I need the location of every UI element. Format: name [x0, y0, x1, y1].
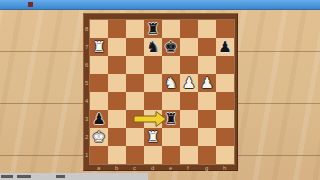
square-b4[interactable] [108, 92, 126, 110]
file-label-b: b [115, 165, 118, 171]
square-f6[interactable] [180, 56, 198, 74]
square-b6[interactable] [108, 56, 126, 74]
square-a1[interactable] [90, 146, 108, 164]
square-c4[interactable] [126, 92, 144, 110]
square-e1[interactable] [162, 146, 180, 164]
square-d6[interactable] [144, 56, 162, 74]
square-e8[interactable] [162, 20, 180, 38]
rank-label-5: 5 [85, 80, 88, 86]
square-b7[interactable] [108, 38, 126, 56]
square-g3[interactable] [198, 110, 216, 128]
taskbar-fragment [0, 173, 148, 180]
taskbar-text-smudge [17, 175, 31, 178]
taskbar-text-smudge [56, 175, 65, 178]
file-label-d: d [151, 165, 154, 171]
rank-label-8: 8 [85, 26, 88, 32]
square-g4[interactable] [198, 92, 216, 110]
square-c3[interactable] [126, 110, 144, 128]
square-e2[interactable] [162, 128, 180, 146]
black-pawn-a3[interactable]: ♟ [90, 110, 108, 128]
black-king-e7[interactable]: ♚ [162, 38, 180, 56]
square-f4[interactable] [180, 92, 198, 110]
titlebar-accent-icon [28, 2, 33, 7]
rank-label-6: 6 [85, 62, 88, 68]
square-g8[interactable] [198, 20, 216, 38]
white-rook-d2[interactable]: ♜ [144, 128, 162, 146]
square-a6[interactable] [90, 56, 108, 74]
rank-label-1: 1 [85, 152, 88, 158]
square-d5[interactable] [144, 74, 162, 92]
file-label-f: f [187, 165, 189, 171]
black-rook-d8[interactable]: ♜ [144, 20, 162, 38]
square-a8[interactable] [90, 20, 108, 38]
square-g7[interactable] [198, 38, 216, 56]
rank-label-7: 7 [85, 44, 88, 50]
square-g2[interactable] [198, 128, 216, 146]
file-label-g: g [205, 165, 208, 171]
white-pawn-f5[interactable]: ♟ [180, 74, 198, 92]
file-label-h: h [223, 165, 226, 171]
black-pawn-h7[interactable]: ♟ [216, 38, 234, 56]
square-g6[interactable] [198, 56, 216, 74]
file-label-a: a [97, 165, 100, 171]
square-c6[interactable] [126, 56, 144, 74]
square-e4[interactable] [162, 92, 180, 110]
square-h4[interactable] [216, 92, 234, 110]
taskbar-text-smudge [1, 175, 13, 178]
rank-label-3: 3 [85, 116, 88, 122]
white-pawn-g5[interactable]: ♟ [198, 74, 216, 92]
chess-board: ♜♜♞♚♟♞♟♟♟♜♚♜ 87654321abcdefgh [83, 13, 238, 171]
white-rook-a7[interactable]: ♜ [90, 38, 108, 56]
square-b3[interactable] [108, 110, 126, 128]
square-b8[interactable] [108, 20, 126, 38]
square-f2[interactable] [180, 128, 198, 146]
square-h2[interactable] [216, 128, 234, 146]
square-h6[interactable] [216, 56, 234, 74]
screenshot-root: ♜♜♞♚♟♞♟♟♟♜♚♜ 87654321abcdefgh [0, 0, 320, 180]
square-c2[interactable] [126, 128, 144, 146]
square-g1[interactable] [198, 146, 216, 164]
title-bar [0, 0, 320, 10]
black-rook-e3[interactable]: ♜ [162, 110, 180, 128]
play-area: ♜♜♞♚♟♞♟♟♟♜♚♜ [90, 20, 234, 164]
square-c8[interactable] [126, 20, 144, 38]
square-c1[interactable] [126, 146, 144, 164]
square-f7[interactable] [180, 38, 198, 56]
square-b2[interactable] [108, 128, 126, 146]
square-c7[interactable] [126, 38, 144, 56]
square-h8[interactable] [216, 20, 234, 38]
black-knight-d7[interactable]: ♞ [144, 38, 162, 56]
square-d1[interactable] [144, 146, 162, 164]
square-c5[interactable] [126, 74, 144, 92]
rank-label-4: 4 [85, 98, 88, 104]
square-f8[interactable] [180, 20, 198, 38]
white-king-a2[interactable]: ♚ [90, 128, 108, 146]
square-e6[interactable] [162, 56, 180, 74]
square-h1[interactable] [216, 146, 234, 164]
square-h5[interactable] [216, 74, 234, 92]
square-d3[interactable] [144, 110, 162, 128]
file-label-e: e [169, 165, 172, 171]
square-b5[interactable] [108, 74, 126, 92]
white-knight-e5[interactable]: ♞ [162, 74, 180, 92]
square-h3[interactable] [216, 110, 234, 128]
file-label-c: c [133, 165, 136, 171]
square-a5[interactable] [90, 74, 108, 92]
rank-label-2: 2 [85, 134, 88, 140]
square-b1[interactable] [108, 146, 126, 164]
square-f1[interactable] [180, 146, 198, 164]
square-a4[interactable] [90, 92, 108, 110]
square-d4[interactable] [144, 92, 162, 110]
square-f3[interactable] [180, 110, 198, 128]
